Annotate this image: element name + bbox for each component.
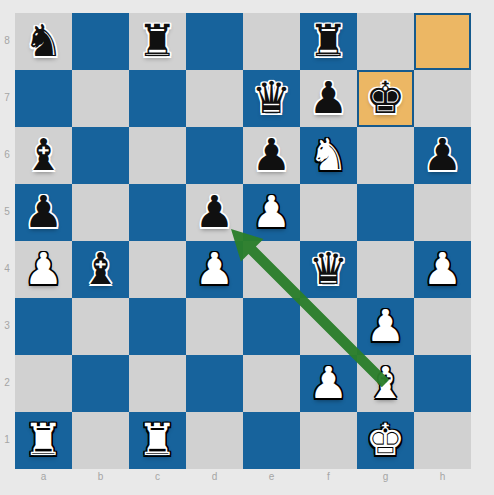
- piece-white-pawn[interactable]: ♟: [186, 241, 243, 298]
- square-b7[interactable]: [72, 70, 129, 127]
- square-b1[interactable]: [72, 412, 129, 469]
- rank-label-3: 3: [0, 320, 14, 331]
- square-e2[interactable]: [243, 355, 300, 412]
- square-d8[interactable]: [186, 13, 243, 70]
- square-d5[interactable]: ♟: [186, 184, 243, 241]
- file-label-h: h: [414, 471, 471, 482]
- square-g6[interactable]: [357, 127, 414, 184]
- piece-black-pawn[interactable]: ♟: [186, 184, 243, 241]
- square-b2[interactable]: [72, 355, 129, 412]
- piece-black-pawn[interactable]: ♟: [300, 70, 357, 127]
- piece-white-pawn[interactable]: ♟: [15, 241, 72, 298]
- square-e4[interactable]: [243, 241, 300, 298]
- rank-label-6: 6: [0, 149, 14, 160]
- piece-black-rook[interactable]: ♜: [129, 13, 186, 70]
- piece-black-bishop[interactable]: ♝: [72, 241, 129, 298]
- square-g3[interactable]: ♟: [357, 298, 414, 355]
- square-h3[interactable]: [414, 298, 471, 355]
- chess-board: ♞♜♜♛♟♚♝♟♞♟♟♟♟♟♝♟♛♟♟♟♝♜♜♚: [15, 13, 471, 469]
- square-h5[interactable]: [414, 184, 471, 241]
- rank-label-2: 2: [0, 377, 14, 388]
- rank-label-1: 1: [0, 434, 14, 445]
- square-c3[interactable]: [129, 298, 186, 355]
- file-label-f: f: [300, 471, 357, 482]
- square-b3[interactable]: [72, 298, 129, 355]
- file-label-b: b: [72, 471, 129, 482]
- piece-white-rook[interactable]: ♜: [129, 412, 186, 469]
- square-f4[interactable]: ♛: [300, 241, 357, 298]
- square-f2[interactable]: ♟: [300, 355, 357, 412]
- square-c5[interactable]: [129, 184, 186, 241]
- square-h6[interactable]: ♟: [414, 127, 471, 184]
- square-h7[interactable]: [414, 70, 471, 127]
- square-h4[interactable]: ♟: [414, 241, 471, 298]
- square-c2[interactable]: [129, 355, 186, 412]
- piece-black-pawn[interactable]: ♟: [15, 184, 72, 241]
- square-c1[interactable]: ♜: [129, 412, 186, 469]
- square-c7[interactable]: [129, 70, 186, 127]
- square-g2[interactable]: ♝: [357, 355, 414, 412]
- square-a1[interactable]: ♜: [15, 412, 72, 469]
- square-h1[interactable]: [414, 412, 471, 469]
- piece-black-pawn[interactable]: ♟: [414, 127, 471, 184]
- square-a8[interactable]: ♞: [15, 13, 72, 70]
- square-c4[interactable]: [129, 241, 186, 298]
- square-c6[interactable]: [129, 127, 186, 184]
- piece-white-pawn[interactable]: ♟: [300, 355, 357, 412]
- piece-white-pawn[interactable]: ♟: [243, 184, 300, 241]
- chess-app-page: ♞♜♜♛♟♚♝♟♞♟♟♟♟♟♝♟♛♟♟♟♝♜♜♚ 87654321abcdefg…: [0, 0, 494, 495]
- rank-label-8: 8: [0, 35, 14, 46]
- square-f7[interactable]: ♟: [300, 70, 357, 127]
- square-b8[interactable]: [72, 13, 129, 70]
- piece-black-queen[interactable]: ♛: [300, 241, 357, 298]
- square-e1[interactable]: [243, 412, 300, 469]
- square-d3[interactable]: [186, 298, 243, 355]
- square-e5[interactable]: ♟: [243, 184, 300, 241]
- square-d1[interactable]: [186, 412, 243, 469]
- square-b4[interactable]: ♝: [72, 241, 129, 298]
- piece-black-knight[interactable]: ♞: [15, 13, 72, 70]
- square-f1[interactable]: [300, 412, 357, 469]
- square-a5[interactable]: ♟: [15, 184, 72, 241]
- piece-white-king[interactable]: ♚: [357, 412, 414, 469]
- square-a6[interactable]: ♝: [15, 127, 72, 184]
- file-label-d: d: [186, 471, 243, 482]
- square-g4[interactable]: [357, 241, 414, 298]
- square-a2[interactable]: [15, 355, 72, 412]
- file-label-e: e: [243, 471, 300, 482]
- piece-black-rook[interactable]: ♜: [300, 13, 357, 70]
- square-g1[interactable]: ♚: [357, 412, 414, 469]
- square-e8[interactable]: [243, 13, 300, 70]
- square-d4[interactable]: ♟: [186, 241, 243, 298]
- rank-label-5: 5: [0, 206, 14, 217]
- file-label-a: a: [15, 471, 72, 482]
- square-b6[interactable]: [72, 127, 129, 184]
- square-f3[interactable]: [300, 298, 357, 355]
- piece-black-king[interactable]: ♚: [357, 70, 414, 127]
- file-label-g: g: [357, 471, 414, 482]
- square-g5[interactable]: [357, 184, 414, 241]
- rank-label-4: 4: [0, 263, 14, 274]
- file-label-c: c: [129, 471, 186, 482]
- piece-black-queen[interactable]: ♛: [243, 70, 300, 127]
- square-d7[interactable]: [186, 70, 243, 127]
- piece-white-pawn[interactable]: ♟: [357, 298, 414, 355]
- square-a4[interactable]: ♟: [15, 241, 72, 298]
- square-b5[interactable]: [72, 184, 129, 241]
- square-h8[interactable]: [414, 13, 471, 70]
- square-f8[interactable]: ♜: [300, 13, 357, 70]
- piece-white-rook[interactable]: ♜: [15, 412, 72, 469]
- square-f5[interactable]: [300, 184, 357, 241]
- piece-black-bishop[interactable]: ♝: [15, 127, 72, 184]
- square-f6[interactable]: ♞: [300, 127, 357, 184]
- square-h2[interactable]: [414, 355, 471, 412]
- square-c8[interactable]: ♜: [129, 13, 186, 70]
- piece-white-pawn[interactable]: ♟: [414, 241, 471, 298]
- square-g8[interactable]: [357, 13, 414, 70]
- square-d2[interactable]: [186, 355, 243, 412]
- piece-white-knight[interactable]: ♞: [300, 127, 357, 184]
- piece-black-pawn[interactable]: ♟: [243, 127, 300, 184]
- square-a3[interactable]: [15, 298, 72, 355]
- square-e3[interactable]: [243, 298, 300, 355]
- rank-label-7: 7: [0, 92, 14, 103]
- square-a7[interactable]: [15, 70, 72, 127]
- square-e7[interactable]: ♛: [243, 70, 300, 127]
- square-d6[interactable]: [186, 127, 243, 184]
- square-e6[interactable]: ♟: [243, 127, 300, 184]
- square-g7[interactable]: ♚: [357, 70, 414, 127]
- piece-white-bishop[interactable]: ♝: [357, 355, 414, 412]
